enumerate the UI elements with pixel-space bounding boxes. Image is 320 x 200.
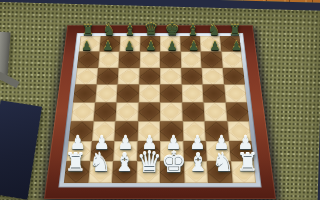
white-knight[interactable]: ♞ xyxy=(212,151,235,176)
black-queen[interactable]: ♛ xyxy=(144,22,159,38)
black-bishop[interactable]: ♝ xyxy=(187,23,200,37)
pieces-layer: ♜♞♝♛♚♝♞♜♟♟♟♟♟♟♟♟♟♟♟♟♟♟♟♟♜♞♝♛♚♝♞♜ xyxy=(0,0,320,200)
white-king[interactable]: ♚ xyxy=(161,148,187,177)
black-pawn[interactable]: ♟ xyxy=(124,40,135,52)
white-knight[interactable]: ♞ xyxy=(89,151,112,176)
scene: ♜♞♝♛♚♝♞♜♟♟♟♟♟♟♟♟♟♟♟♟♟♟♟♟♜♞♝♛♚♝♞♜ xyxy=(0,0,320,200)
black-pawn[interactable]: ♟ xyxy=(103,40,114,52)
black-rook[interactable]: ♜ xyxy=(82,23,95,37)
black-pawn[interactable]: ♟ xyxy=(145,40,156,52)
black-pawn[interactable]: ♟ xyxy=(188,40,199,52)
black-pawn[interactable]: ♟ xyxy=(81,40,92,52)
black-knight[interactable]: ♞ xyxy=(103,23,116,37)
black-bishop[interactable]: ♝ xyxy=(124,23,137,37)
white-queen[interactable]: ♛ xyxy=(136,148,162,177)
black-pawn[interactable]: ♟ xyxy=(231,40,242,52)
black-pawn[interactable]: ♟ xyxy=(167,40,178,52)
white-bishop[interactable]: ♝ xyxy=(113,151,136,176)
white-rook[interactable]: ♜ xyxy=(64,151,87,176)
black-rook[interactable]: ♜ xyxy=(229,23,242,37)
black-knight[interactable]: ♞ xyxy=(208,23,221,37)
white-bishop[interactable]: ♝ xyxy=(187,151,210,176)
black-pawn[interactable]: ♟ xyxy=(210,40,221,52)
black-king[interactable]: ♚ xyxy=(165,22,180,38)
white-rook[interactable]: ♜ xyxy=(236,151,259,176)
